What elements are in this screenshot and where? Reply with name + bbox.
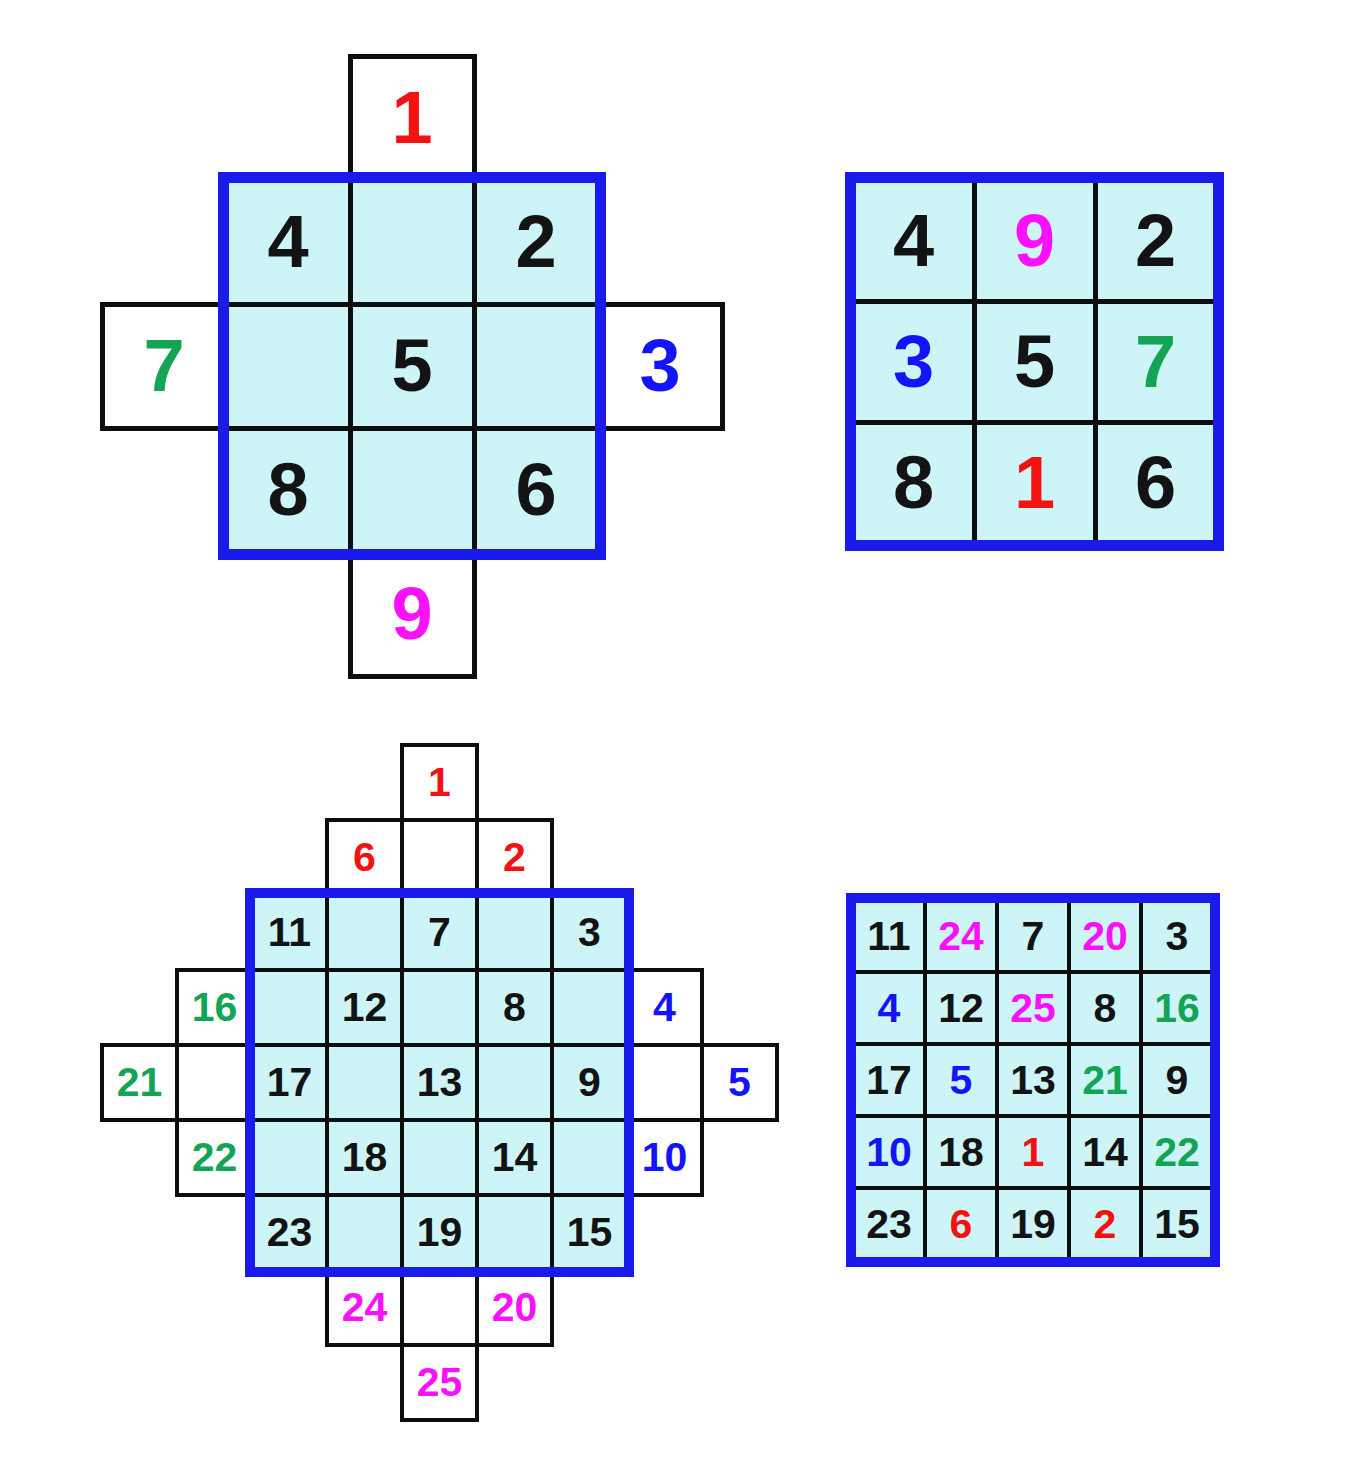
fig1-cell-r1c1-4: 4 [224,178,353,307]
fig4-cell-r2c4-9: 9 [1139,1042,1215,1118]
fig2-cell-r1c1-5: 5 [972,299,1098,425]
fig4-cell-r4c3-2: 2 [1067,1186,1143,1262]
fig4-cell-r4c1-6: 6 [923,1186,999,1262]
fig4-cell-r2c1-5: 5 [923,1042,999,1118]
fig3-cell-r4c2-17: 17 [250,1043,329,1122]
fig3-cell-r5c7-10: 10 [625,1118,704,1197]
fig1-cell-r3c2-empty [348,426,477,555]
fig3-cell-r4c8-5: 5 [700,1043,779,1122]
fig4-cell-r3c0-10: 10 [851,1114,927,1190]
fig4-cell-r0c3-20: 20 [1067,898,1143,974]
fig4-cell-r1c0-4: 4 [851,970,927,1046]
fig3-cell-r3c1-16: 16 [175,968,254,1047]
fig4-cell-r1c3-8: 8 [1067,970,1143,1046]
fig4-cell-r0c4-3: 3 [1139,898,1215,974]
fig1-cell-r3c1-8: 8 [224,426,353,555]
fig3-cell-r2c6-3: 3 [550,893,629,972]
fig4-cell-r2c0-17: 17 [851,1042,927,1118]
fig3-cell-r3c4-empty [400,968,479,1047]
fig1-cell-r2c1-empty [224,302,353,431]
fig3-cell-r3c3-12: 12 [325,968,404,1047]
fig4-cell-r3c4-22: 22 [1139,1114,1215,1190]
fig3-cell-r3c2-empty [250,968,329,1047]
fig4-cell-r4c4-15: 15 [1139,1186,1215,1262]
fig4-cell-r2c3-21: 21 [1067,1042,1143,1118]
fig3-cell-r6c2-23: 23 [250,1193,329,1272]
fig4-cell-r3c2-1: 1 [995,1114,1071,1190]
fig3-cell-r8c4-25: 25 [400,1343,479,1422]
fig4-cell-r2c2-13: 13 [995,1042,1071,1118]
fig2-cell-r0c0-4: 4 [851,178,977,304]
fig4-cell-r4c0-23: 23 [851,1186,927,1262]
fig3-cell-r4c6-9: 9 [550,1043,629,1122]
fig3-cell-r5c5-14: 14 [475,1118,554,1197]
fig1-cell-r1c3-2: 2 [472,178,601,307]
fig3-cell-r1c4-empty [400,818,479,897]
fig2-cell-r2c0-8: 8 [851,420,977,546]
fig2-cell-r1c2-7: 7 [1093,299,1219,425]
fig4-cell-r0c1-24: 24 [923,898,999,974]
fig4-cell-r1c2-25: 25 [995,970,1071,1046]
fig3-cell-r3c5-8: 8 [475,968,554,1047]
fig2-cell-r2c2-6: 6 [1093,420,1219,546]
fig3-cell-r2c5-empty [475,893,554,972]
fig3-cell-r2c3-empty [325,893,404,972]
figure-3x3-diamond-layout: 142753869 [102,56,722,676]
fig3-cell-r6c5-empty [475,1193,554,1272]
fig4-cell-r3c1-18: 18 [923,1114,999,1190]
figure-5x5-diamond-layout: 1621173161284211713952218141023191524202… [102,745,777,1420]
fig1-cell-r2c0-7: 7 [100,302,229,431]
fig4-cell-r4c2-19: 19 [995,1186,1071,1262]
fig2-cell-r1c0-3: 3 [851,299,977,425]
fig4-cell-r1c1-12: 12 [923,970,999,1046]
figure-5x5-magic-square: 1124720341225816175132191018114222361921… [853,900,1213,1260]
fig1-cell-r2c2-5: 5 [348,302,477,431]
fig3-cell-r5c6-empty [550,1118,629,1197]
fig3-cell-r4c7-empty [625,1043,704,1122]
fig3-cell-r3c6-empty [550,968,629,1047]
fig3-cell-r6c4-19: 19 [400,1193,479,1272]
fig4-cell-r3c3-14: 14 [1067,1114,1143,1190]
fig3-cell-r4c0-21: 21 [100,1043,179,1122]
fig1-cell-r2c4-3: 3 [596,302,725,431]
fig3-cell-r1c5-2: 2 [475,818,554,897]
fig3-cell-r1c3-6: 6 [325,818,404,897]
fig1-cell-r1c2-empty [348,178,477,307]
fig3-cell-r4c1-empty [175,1043,254,1122]
fig3-cell-r2c4-7: 7 [400,893,479,972]
fig2-cell-r0c1-9: 9 [972,178,1098,304]
fig3-cell-r0c4-1: 1 [400,743,479,822]
fig3-cell-r5c3-18: 18 [325,1118,404,1197]
fig1-cell-r0c2-1: 1 [348,54,477,183]
fig1-cell-r2c3-empty [472,302,601,431]
fig3-cell-r7c3-24: 24 [325,1268,404,1347]
fig3-cell-r7c5-20: 20 [475,1268,554,1347]
fig4-cell-r0c2-7: 7 [995,898,1071,974]
fig3-cell-r7c4-empty [400,1268,479,1347]
fig3-cell-r6c3-empty [325,1193,404,1272]
fig3-cell-r5c2-empty [250,1118,329,1197]
fig1-cell-r4c2-9: 9 [348,550,477,679]
fig2-cell-r2c1-1: 1 [972,420,1098,546]
fig4-cell-r1c4-16: 16 [1139,970,1215,1046]
fig3-cell-r5c1-22: 22 [175,1118,254,1197]
fig3-cell-r4c5-empty [475,1043,554,1122]
fig3-cell-r2c2-11: 11 [250,893,329,972]
figure-3x3-magic-square: 492357816 [853,180,1216,543]
fig4-cell-r0c0-11: 11 [851,898,927,974]
fig2-cell-r0c2-2: 2 [1093,178,1219,304]
fig3-cell-r4c3-empty [325,1043,404,1122]
fig3-cell-r5c4-empty [400,1118,479,1197]
fig3-cell-r4c4-13: 13 [400,1043,479,1122]
fig3-cell-r6c6-15: 15 [550,1193,629,1272]
fig1-cell-r3c3-6: 6 [472,426,601,555]
fig3-cell-r3c7-4: 4 [625,968,704,1047]
